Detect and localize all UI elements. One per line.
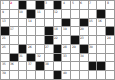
white-cell[interactable]	[27, 27, 35, 35]
clue-number: 15	[89, 19, 92, 22]
white-cell[interactable]	[106, 19, 114, 27]
white-cell[interactable]	[89, 71, 97, 79]
black-cell	[89, 62, 97, 70]
clue-number: 25	[2, 45, 5, 48]
white-cell[interactable]	[89, 10, 97, 18]
white-cell[interactable]	[62, 10, 70, 18]
white-cell[interactable]: 26	[27, 45, 35, 53]
white-cell[interactable]	[71, 62, 79, 70]
white-cell[interactable]: 10	[19, 10, 27, 18]
black-cell	[80, 45, 88, 53]
black-cell	[54, 54, 62, 62]
white-cell[interactable]: 20	[80, 27, 88, 35]
white-cell[interactable]: 25	[1, 45, 9, 53]
clue-number: 20	[80, 27, 83, 30]
clue-number: 3	[45, 1, 47, 4]
clue-number: 14	[28, 19, 31, 22]
white-cell[interactable]	[106, 45, 114, 53]
white-cell[interactable]: 32	[36, 54, 44, 62]
clue-number: 36	[10, 62, 13, 65]
black-cell	[54, 71, 62, 79]
black-cell	[106, 27, 114, 35]
black-cell	[19, 1, 27, 9]
white-cell[interactable]: 7	[89, 1, 97, 9]
clue-number: 18	[54, 27, 57, 30]
white-cell[interactable]: 34	[80, 54, 88, 62]
white-cell[interactable]	[97, 36, 105, 44]
white-cell[interactable]	[97, 45, 105, 53]
white-cell[interactable]	[27, 71, 35, 79]
white-cell[interactable]	[89, 36, 97, 44]
clue-number: 28	[63, 45, 66, 48]
black-cell	[45, 36, 53, 44]
white-cell[interactable]: 37	[27, 62, 35, 70]
crossword-grid: 1234567891011121314151617181920212223242…	[0, 0, 115, 80]
white-cell[interactable]	[97, 54, 105, 62]
black-cell	[45, 27, 53, 35]
black-cell	[10, 54, 18, 62]
white-cell[interactable]	[27, 36, 35, 44]
white-cell[interactable]: 8	[106, 1, 114, 9]
white-cell[interactable]	[10, 71, 18, 79]
clue-number: 39	[2, 71, 5, 74]
white-cell[interactable]: 39	[1, 71, 9, 79]
white-cell[interactable]: 2	[10, 1, 18, 9]
white-cell[interactable]: 38	[45, 62, 53, 70]
clue-number: 13	[2, 19, 5, 22]
white-cell[interactable]	[45, 54, 53, 62]
white-cell[interactable]: 28	[62, 45, 70, 53]
white-cell[interactable]: 18	[54, 27, 62, 35]
clue-number: 6	[80, 1, 82, 4]
clue-number: 27	[45, 45, 48, 48]
clue-number: 17	[10, 27, 13, 30]
white-cell[interactable]	[89, 27, 97, 35]
white-cell[interactable]	[36, 45, 44, 53]
clue-number: 40	[63, 71, 66, 74]
white-cell[interactable]: 29	[71, 45, 79, 53]
clue-number: 10	[19, 10, 22, 13]
white-cell[interactable]	[71, 71, 79, 79]
black-cell	[19, 45, 27, 53]
clue-number: 30	[89, 45, 92, 48]
clue-number: 4	[63, 1, 65, 4]
white-cell[interactable]	[45, 10, 53, 18]
white-cell[interactable]: 22	[54, 36, 62, 44]
black-cell	[71, 36, 79, 44]
clue-number: 21	[2, 36, 5, 39]
clue-number: 33	[63, 54, 66, 57]
black-cell	[36, 1, 44, 9]
white-cell[interactable]	[45, 71, 53, 79]
white-cell[interactable]	[97, 71, 105, 79]
clue-number: 29	[72, 45, 75, 48]
clue-number: 11	[37, 10, 40, 13]
white-cell[interactable]	[19, 62, 27, 70]
white-cell[interactable]	[106, 71, 114, 79]
white-cell[interactable]: 30	[89, 45, 97, 53]
clue-number: 12	[54, 10, 57, 13]
white-cell[interactable]: 17	[10, 27, 18, 35]
clue-number: 24	[107, 36, 110, 39]
clue-number: 5	[72, 1, 74, 4]
white-cell[interactable]	[54, 19, 62, 27]
black-cell	[36, 62, 44, 70]
clue-number: 23	[80, 36, 83, 39]
white-cell[interactable]	[71, 27, 79, 35]
black-cell	[1, 27, 9, 35]
white-cell[interactable]	[89, 54, 97, 62]
clue-number: 9	[2, 10, 4, 13]
black-cell	[54, 1, 62, 9]
white-cell[interactable]	[1, 54, 9, 62]
clue-number: 16	[98, 19, 101, 22]
white-cell[interactable]: 3	[45, 1, 53, 9]
white-cell[interactable]	[45, 19, 53, 27]
black-cell	[27, 10, 35, 18]
clue-number: 22	[54, 36, 57, 39]
clue-number: 38	[45, 62, 48, 65]
white-cell[interactable]: 14	[27, 19, 35, 27]
white-cell[interactable]	[10, 45, 18, 53]
white-cell[interactable]: 4	[62, 1, 70, 9]
white-cell[interactable]	[71, 10, 79, 18]
clue-number: 32	[37, 54, 40, 57]
clue-number: 1	[2, 1, 4, 4]
white-cell[interactable]: 9	[1, 10, 9, 18]
white-cell[interactable]	[97, 1, 105, 9]
white-cell[interactable]: 11	[36, 10, 44, 18]
white-cell[interactable]	[106, 10, 114, 18]
white-cell[interactable]	[106, 54, 114, 62]
white-cell[interactable]: 6	[80, 1, 88, 9]
white-cell[interactable]: 31	[19, 54, 27, 62]
white-cell[interactable]	[36, 71, 44, 79]
white-cell[interactable]	[71, 19, 79, 27]
clue-number: 35	[2, 62, 5, 65]
white-cell[interactable]	[19, 36, 27, 44]
clue-number: 2	[10, 1, 12, 4]
white-cell[interactable]	[97, 27, 105, 35]
white-cell[interactable]	[71, 54, 79, 62]
clue-number: 37	[28, 62, 31, 65]
white-cell[interactable]	[62, 62, 70, 70]
clue-number: 34	[80, 54, 83, 57]
white-cell[interactable]	[10, 19, 18, 27]
white-cell[interactable]	[36, 36, 44, 44]
clue-number: 31	[19, 54, 22, 57]
white-cell[interactable]	[62, 36, 70, 44]
white-cell[interactable]: 19	[62, 27, 70, 35]
clue-number: 26	[28, 45, 31, 48]
white-cell[interactable]: 40	[62, 71, 70, 79]
white-cell[interactable]	[10, 10, 18, 18]
white-cell[interactable]	[36, 19, 44, 27]
white-cell[interactable]: 35	[1, 62, 9, 70]
white-cell[interactable]: 12	[54, 10, 62, 18]
black-cell	[80, 19, 88, 27]
black-cell	[27, 54, 35, 62]
white-cell[interactable]: 36	[10, 62, 18, 70]
white-cell[interactable]: 13	[1, 19, 9, 27]
white-cell[interactable]: 33	[62, 54, 70, 62]
white-cell[interactable]	[80, 62, 88, 70]
white-cell[interactable]	[19, 27, 27, 35]
black-cell	[97, 62, 105, 70]
white-cell[interactable]	[27, 1, 35, 9]
clue-number: 7	[89, 1, 91, 4]
white-cell[interactable]	[54, 62, 62, 70]
white-cell[interactable]	[106, 62, 114, 70]
white-cell[interactable]: 23	[80, 36, 88, 44]
clue-number: 19	[63, 27, 66, 30]
clue-number: 8	[107, 1, 109, 4]
white-cell[interactable]: 24	[106, 36, 114, 44]
white-cell[interactable]	[80, 71, 88, 79]
white-cell[interactable]: 21	[1, 36, 9, 44]
black-cell	[54, 45, 62, 53]
white-cell[interactable]	[10, 36, 18, 44]
white-cell[interactable]	[19, 19, 27, 27]
white-cell[interactable]	[80, 10, 88, 18]
white-cell[interactable]: 16	[97, 19, 105, 27]
white-cell[interactable]: 5	[71, 1, 79, 9]
black-cell	[97, 10, 105, 18]
white-cell[interactable]: 1	[1, 1, 9, 9]
white-cell[interactable]: 15	[89, 19, 97, 27]
white-cell[interactable]: 27	[45, 45, 53, 53]
black-cell	[62, 19, 70, 27]
white-cell[interactable]	[19, 71, 27, 79]
white-cell[interactable]	[36, 27, 44, 35]
